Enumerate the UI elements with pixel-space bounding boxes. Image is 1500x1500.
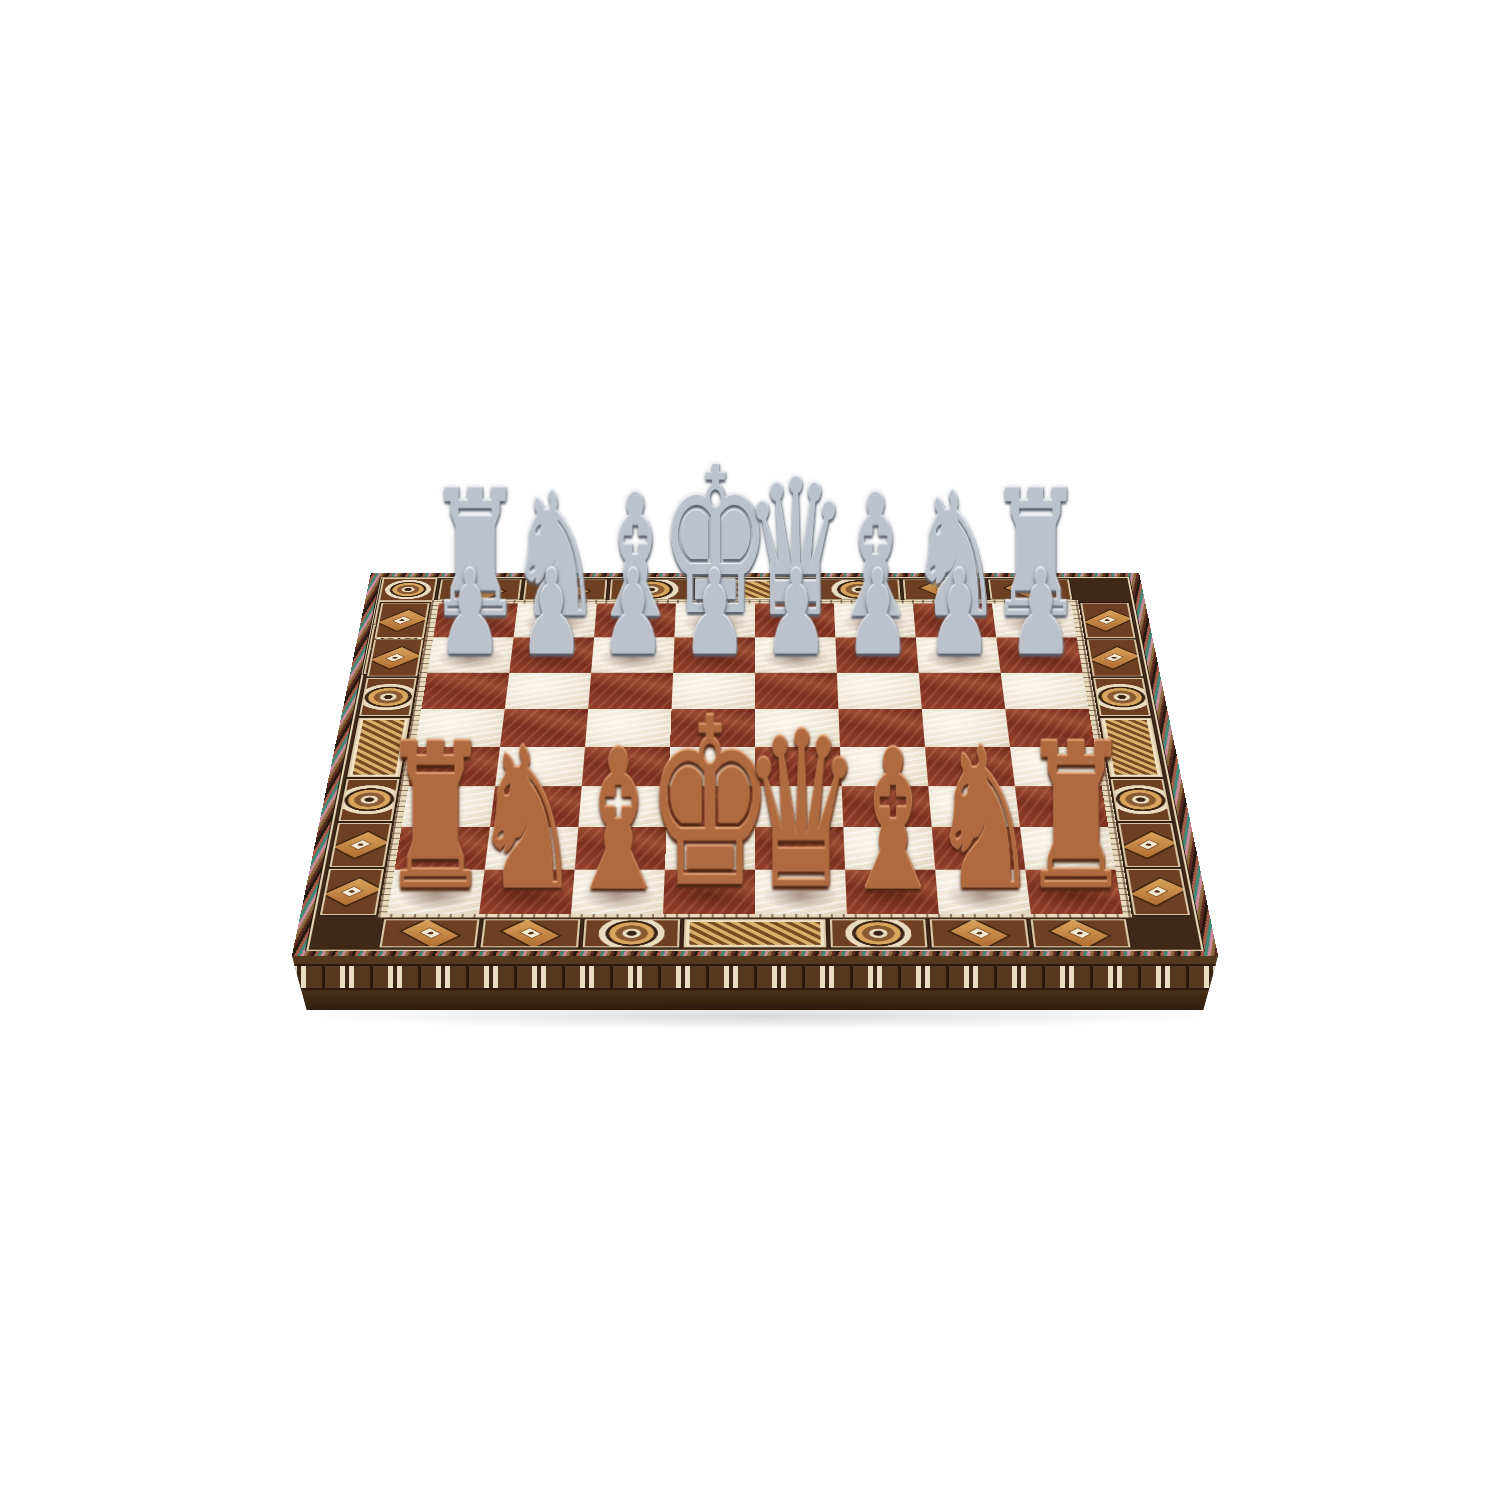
mosaic-band-near [375,917,1136,949]
chess-grid: ♜♞♝♚♛♝♞♜♟♟♟♟♟♟♟♟♜♞♝♚♛♝♞♜ [387,604,1123,914]
mosaic-rosette-panel [609,579,692,599]
mosaic-hound-panel [683,919,826,947]
chess-board: ♜♞♝♚♛♝♞♜♟♟♟♟♟♟♟♟♜♞♝♚♛♝♞♜ [292,573,1219,958]
mosaic-star-panel [379,919,479,947]
square-a1: ♜ [387,870,485,914]
square-e1: ♛ [755,870,847,914]
square-g6 [919,673,1005,709]
ground-shadow [300,1002,1220,1030]
square-g7: ♟ [916,637,1001,672]
piece-copper-rook-a1: ♜ [379,733,490,903]
mosaic-rosette-panel [582,919,680,947]
square-e7: ♟ [755,637,837,672]
mosaic-star-panel [367,640,423,677]
square-h7: ♟ [996,637,1082,672]
mosaic-band-far [434,578,1076,601]
mosaic-star-panel [930,919,1029,947]
piece-copper-rook-h1: ♜ [1020,733,1131,903]
square-c1: ♝ [571,870,665,914]
square-h1: ♜ [1025,870,1123,914]
product-photo-scene: ♜♞♝♚♛♝♞♜♟♟♟♟♟♟♟♟♜♞♝♚♛♝♞♜ [0,0,1500,1500]
mosaic-star-panel [375,603,430,638]
mosaic-star-panel [1030,919,1130,947]
square-g1: ♞ [935,870,1031,914]
square-b7: ♟ [509,637,594,672]
mosaic-star-panel [481,919,580,947]
mosaic-corner-rosette [378,578,438,601]
side-diamond-inlay [292,964,1218,990]
mosaic-star-panel [1126,869,1190,915]
mosaic-rosette-panel [830,919,928,947]
square-f1: ♝ [845,870,939,914]
mosaic-hound-panel [695,579,816,599]
square-b1: ♞ [479,870,575,914]
mosaic-star-panel [320,869,384,915]
piece-copper-bishop-f1: ♝ [838,739,946,904]
square-f7: ♟ [835,637,918,672]
square-a7: ♟ [427,637,513,672]
pinstripe-frame: ♜♞♝♚♛♝♞♜♟♟♟♟♟♟♟♟♜♞♝♚♛♝♞♜ [378,600,1132,918]
mosaic-star-panel [523,579,606,599]
mosaic-star-panel [1080,603,1135,638]
piece-copper-bishop-c1: ♝ [564,739,672,904]
square-b6 [505,673,591,709]
mosaic-star-panel [903,579,986,599]
square-d7: ♟ [673,637,755,672]
mosaic-rosette-panel [819,579,902,599]
square-c7: ♟ [591,637,674,672]
mosaic-star-panel [988,579,1072,599]
mosaic-star-panel [1087,640,1143,677]
mosaic-star-panel [438,579,522,599]
